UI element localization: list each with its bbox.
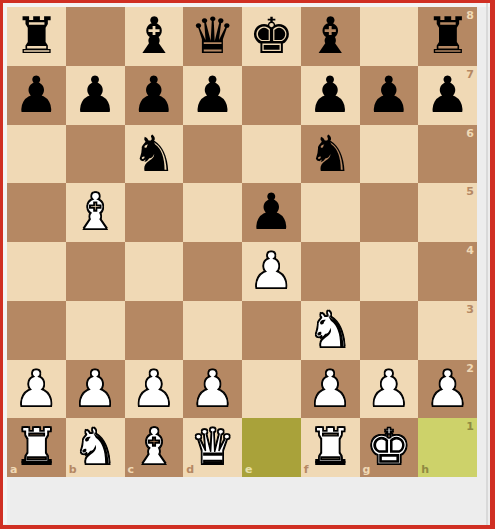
square-e2[interactable] [242, 360, 301, 419]
square-d2[interactable]: ♟ [183, 360, 242, 419]
square-d8[interactable]: ♛ [183, 7, 242, 66]
black-pawn[interactable]: ♟ [242, 183, 301, 242]
square-h5[interactable]: 5 [418, 183, 477, 242]
square-b6[interactable] [66, 125, 125, 184]
black-bishop[interactable]: ♝ [301, 7, 360, 66]
white-pawn[interactable]: ♟ [360, 360, 419, 419]
black-pawn[interactable]: ♟ [301, 66, 360, 125]
square-b3[interactable] [66, 301, 125, 360]
square-g3[interactable] [360, 301, 419, 360]
scrollbar-track [486, 3, 488, 525]
square-c3[interactable] [125, 301, 184, 360]
square-g5[interactable] [360, 183, 419, 242]
square-e3[interactable] [242, 301, 301, 360]
rank-label-6: 6 [466, 128, 474, 139]
square-f4[interactable] [301, 242, 360, 301]
square-a7[interactable]: ♟ [7, 66, 66, 125]
rank-label-5: 5 [466, 186, 474, 197]
square-d5[interactable] [183, 183, 242, 242]
rank-label-3: 3 [466, 304, 474, 315]
square-d1[interactable]: ♛d [183, 418, 242, 477]
square-a5[interactable] [7, 183, 66, 242]
square-e1[interactable]: e [242, 418, 301, 477]
square-e6[interactable] [242, 125, 301, 184]
square-h3[interactable]: 3 [418, 301, 477, 360]
white-pawn[interactable]: ♟ [7, 360, 66, 419]
black-pawn[interactable]: ♟ [183, 66, 242, 125]
file-label-e: e [245, 464, 252, 475]
black-pawn[interactable]: ♟ [7, 66, 66, 125]
black-rook[interactable]: ♜ [7, 7, 66, 66]
square-g8[interactable] [360, 7, 419, 66]
black-knight[interactable]: ♞ [301, 125, 360, 184]
white-rook[interactable]: ♜ [7, 418, 66, 477]
square-h1[interactable]: 1h [418, 418, 477, 477]
square-g7[interactable]: ♟ [360, 66, 419, 125]
square-g1[interactable]: ♚g [360, 418, 419, 477]
square-c7[interactable]: ♟ [125, 66, 184, 125]
square-e4[interactable]: ♟ [242, 242, 301, 301]
square-f5[interactable] [301, 183, 360, 242]
white-pawn[interactable]: ♟ [301, 360, 360, 419]
black-rook[interactable]: ♜ [418, 7, 477, 66]
black-pawn[interactable]: ♟ [66, 66, 125, 125]
square-a2[interactable]: ♟ [7, 360, 66, 419]
square-d3[interactable] [183, 301, 242, 360]
square-g6[interactable] [360, 125, 419, 184]
rank-label-4: 4 [466, 245, 474, 256]
square-f2[interactable]: ♟ [301, 360, 360, 419]
white-pawn[interactable]: ♟ [66, 360, 125, 419]
white-knight[interactable]: ♞ [301, 301, 360, 360]
square-c2[interactable]: ♟ [125, 360, 184, 419]
square-b4[interactable] [66, 242, 125, 301]
white-pawn[interactable]: ♟ [418, 360, 477, 419]
square-g2[interactable]: ♟ [360, 360, 419, 419]
black-pawn[interactable]: ♟ [418, 66, 477, 125]
white-pawn[interactable]: ♟ [242, 242, 301, 301]
black-pawn[interactable]: ♟ [125, 66, 184, 125]
square-h8[interactable]: ♜8 [418, 7, 477, 66]
black-pawn[interactable]: ♟ [360, 66, 419, 125]
square-d7[interactable]: ♟ [183, 66, 242, 125]
square-c5[interactable] [125, 183, 184, 242]
white-bishop[interactable]: ♝ [66, 183, 125, 242]
square-a8[interactable]: ♜ [7, 7, 66, 66]
square-f1[interactable]: ♜f [301, 418, 360, 477]
black-queen[interactable]: ♛ [183, 7, 242, 66]
rank-label-1: 1 [466, 421, 474, 432]
chess-board: ♜♝♛♚♝♜8♟♟♟♟♟♟♟7♞♞6♝♟5♟4♞3♟♟♟♟♟♟♟2♜a♞b♝c♛… [7, 7, 477, 477]
square-e8[interactable]: ♚ [242, 7, 301, 66]
square-g4[interactable] [360, 242, 419, 301]
white-queen[interactable]: ♛ [183, 418, 242, 477]
black-bishop[interactable]: ♝ [125, 7, 184, 66]
square-a3[interactable] [7, 301, 66, 360]
square-h2[interactable]: ♟2 [418, 360, 477, 419]
square-h6[interactable]: 6 [418, 125, 477, 184]
white-pawn[interactable]: ♟ [125, 360, 184, 419]
white-rook[interactable]: ♜ [301, 418, 360, 477]
square-b7[interactable]: ♟ [66, 66, 125, 125]
black-king[interactable]: ♚ [242, 7, 301, 66]
square-a6[interactable] [7, 125, 66, 184]
square-a4[interactable] [7, 242, 66, 301]
square-d4[interactable] [183, 242, 242, 301]
black-knight[interactable]: ♞ [125, 125, 184, 184]
page: ♜♝♛♚♝♜8♟♟♟♟♟♟♟7♞♞6♝♟5♟4♞3♟♟♟♟♟♟♟2♜a♞b♝c♛… [0, 0, 495, 529]
white-knight[interactable]: ♞ [66, 418, 125, 477]
square-b2[interactable]: ♟ [66, 360, 125, 419]
square-c6[interactable]: ♞ [125, 125, 184, 184]
square-b5[interactable]: ♝ [66, 183, 125, 242]
square-c1[interactable]: ♝c [125, 418, 184, 477]
square-f7[interactable]: ♟ [301, 66, 360, 125]
square-f3[interactable]: ♞ [301, 301, 360, 360]
square-b8[interactable] [66, 7, 125, 66]
square-c8[interactable]: ♝ [125, 7, 184, 66]
white-bishop[interactable]: ♝ [125, 418, 184, 477]
square-a1[interactable]: ♜a [7, 418, 66, 477]
file-label-h: h [421, 464, 429, 475]
square-h4[interactable]: 4 [418, 242, 477, 301]
square-e7[interactable] [242, 66, 301, 125]
square-e5[interactable]: ♟ [242, 183, 301, 242]
square-c4[interactable] [125, 242, 184, 301]
square-f6[interactable]: ♞ [301, 125, 360, 184]
square-f8[interactable]: ♝ [301, 7, 360, 66]
square-d6[interactable] [183, 125, 242, 184]
square-h7[interactable]: ♟7 [418, 66, 477, 125]
square-b1[interactable]: ♞b [66, 418, 125, 477]
white-pawn[interactable]: ♟ [183, 360, 242, 419]
white-king[interactable]: ♚ [360, 418, 419, 477]
